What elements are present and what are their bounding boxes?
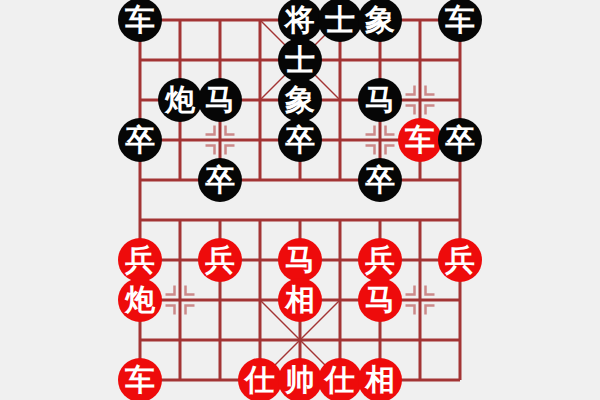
- board-point-0-3[interactable]: 卒: [120, 120, 160, 160]
- board-point-5-9[interactable]: 仕: [320, 360, 360, 400]
- board-point-5-0[interactable]: 士: [320, 0, 360, 40]
- piece-red-soldier[interactable]: 兵: [358, 238, 402, 282]
- xiangqi-app-screen: 车将士象车士炮马象马卒卒车卒卒卒兵兵马兵兵炮相马车仕帅仕相: [0, 0, 600, 400]
- piece-red-soldier[interactable]: 兵: [438, 238, 482, 282]
- piece-black-soldier[interactable]: 卒: [118, 118, 162, 162]
- piece-black-horse[interactable]: 马: [358, 78, 402, 122]
- piece-red-advisor[interactable]: 仕: [238, 358, 282, 400]
- piece-red-chariot[interactable]: 车: [118, 358, 162, 400]
- board-point-6-9[interactable]: 相: [360, 360, 400, 400]
- piece-red-chariot[interactable]: 车: [398, 118, 442, 162]
- board-point-8-6[interactable]: 兵: [440, 240, 480, 280]
- xiangqi-board[interactable]: 车将士象车士炮马象马卒卒车卒卒卒兵兵马兵兵炮相马车仕帅仕相: [120, 0, 480, 400]
- piece-red-general[interactable]: 帅: [278, 358, 322, 400]
- board-point-4-7[interactable]: 相: [280, 280, 320, 320]
- board-point-3-9[interactable]: 仕: [240, 360, 280, 400]
- board-point-6-7[interactable]: 马: [360, 280, 400, 320]
- piece-red-elephant[interactable]: 相: [278, 278, 322, 322]
- piece-red-advisor[interactable]: 仕: [318, 358, 362, 400]
- piece-black-elephant[interactable]: 象: [278, 78, 322, 122]
- piece-black-elephant[interactable]: 象: [358, 0, 402, 42]
- piece-red-soldier[interactable]: 兵: [118, 238, 162, 282]
- piece-red-soldier[interactable]: 兵: [198, 238, 242, 282]
- board-point-6-0[interactable]: 象: [360, 0, 400, 40]
- board-point-0-7[interactable]: 炮: [120, 280, 160, 320]
- piece-black-soldier[interactable]: 卒: [278, 118, 322, 162]
- piece-red-horse[interactable]: 马: [278, 238, 322, 282]
- board-point-4-9[interactable]: 帅: [280, 360, 320, 400]
- board-point-4-6[interactable]: 马: [280, 240, 320, 280]
- board-point-4-3[interactable]: 卒: [280, 120, 320, 160]
- piece-black-advisor[interactable]: 士: [278, 38, 322, 82]
- piece-black-advisor[interactable]: 士: [318, 0, 362, 42]
- piece-black-chariot[interactable]: 车: [438, 0, 482, 42]
- piece-black-cannon[interactable]: 炮: [158, 78, 202, 122]
- board-point-0-0[interactable]: 车: [120, 0, 160, 40]
- board-point-4-2[interactable]: 象: [280, 80, 320, 120]
- piece-black-chariot[interactable]: 车: [118, 0, 162, 42]
- board-point-0-9[interactable]: 车: [120, 360, 160, 400]
- piece-black-horse[interactable]: 马: [198, 78, 242, 122]
- board-point-6-2[interactable]: 马: [360, 80, 400, 120]
- piece-black-soldier[interactable]: 卒: [438, 118, 482, 162]
- board-point-4-1[interactable]: 士: [280, 40, 320, 80]
- piece-red-elephant[interactable]: 相: [358, 358, 402, 400]
- piece-black-general[interactable]: 将: [278, 0, 322, 42]
- board-point-1-2[interactable]: 炮: [160, 80, 200, 120]
- board-point-0-6[interactable]: 兵: [120, 240, 160, 280]
- board-point-8-3[interactable]: 卒: [440, 120, 480, 160]
- board-point-2-4[interactable]: 卒: [200, 160, 240, 200]
- board-point-6-4[interactable]: 卒: [360, 160, 400, 200]
- board-point-6-6[interactable]: 兵: [360, 240, 400, 280]
- board-point-8-0[interactable]: 车: [440, 0, 480, 40]
- piece-black-soldier[interactable]: 卒: [198, 158, 242, 202]
- board-point-2-2[interactable]: 马: [200, 80, 240, 120]
- piece-red-cannon[interactable]: 炮: [118, 278, 162, 322]
- board-point-2-6[interactable]: 兵: [200, 240, 240, 280]
- board-point-7-3[interactable]: 车: [400, 120, 440, 160]
- piece-red-horse[interactable]: 马: [358, 278, 402, 322]
- piece-black-soldier[interactable]: 卒: [358, 158, 402, 202]
- board-point-4-0[interactable]: 将: [280, 0, 320, 40]
